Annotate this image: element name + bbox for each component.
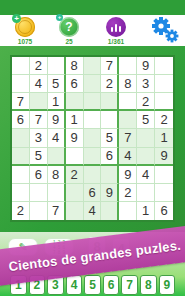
- cell-r3c5[interactable]: [84, 93, 102, 111]
- cell-r7c5[interactable]: [84, 166, 102, 184]
- plus-icon: +: [12, 14, 21, 23]
- cell-r6c6[interactable]: 6: [101, 148, 119, 166]
- cell-r3c7[interactable]: [119, 93, 137, 111]
- cell-r2c3[interactable]: 5: [48, 75, 66, 93]
- settings-button[interactable]: [147, 16, 179, 44]
- cell-r4c7[interactable]: [119, 111, 137, 129]
- cell-r7c2[interactable]: 6: [30, 166, 48, 184]
- cell-r4c9[interactable]: 2: [155, 111, 173, 129]
- cell-r2c6[interactable]: 2: [101, 75, 119, 93]
- cell-r4c3[interactable]: 9: [48, 111, 66, 129]
- cell-r7c3[interactable]: 8: [48, 166, 66, 184]
- cell-r1c1[interactable]: [12, 57, 30, 75]
- cell-r8c7[interactable]: 2: [119, 184, 137, 202]
- cell-r2c2[interactable]: 4: [30, 75, 48, 93]
- cell-r3c4[interactable]: [66, 93, 84, 111]
- cell-r4c5[interactable]: [84, 111, 102, 129]
- cell-r6c2[interactable]: 5: [30, 148, 48, 166]
- progress-count: 1/361: [99, 38, 133, 45]
- cell-r4c6[interactable]: [101, 111, 119, 129]
- cell-r8c9[interactable]: [155, 184, 173, 202]
- cell-r2c8[interactable]: 3: [137, 75, 155, 93]
- cell-r7c9[interactable]: [155, 166, 173, 184]
- plus-icon: +: [56, 14, 63, 21]
- cell-r5c4[interactable]: 9: [66, 129, 84, 147]
- cell-r7c6[interactable]: [101, 166, 119, 184]
- cell-r1c3[interactable]: [48, 57, 66, 75]
- numpad-button-4[interactable]: 4: [66, 275, 83, 295]
- cell-r1c9[interactable]: [155, 57, 173, 75]
- cell-r1c2[interactable]: 2: [30, 57, 48, 75]
- question-glyph: ?: [65, 20, 72, 34]
- coins-count: 1075: [8, 38, 42, 45]
- numpad-button-9[interactable]: 9: [159, 275, 176, 295]
- cell-r8c8[interactable]: [137, 184, 155, 202]
- cell-r9c7[interactable]: [119, 202, 137, 220]
- coin-icon: +: [15, 17, 35, 37]
- cell-r6c1[interactable]: [12, 148, 30, 166]
- sudoku-grid: 2879456283712679152349571564968294692274…: [10, 55, 175, 222]
- cell-r3c3[interactable]: 1: [48, 93, 66, 111]
- numpad-button-7[interactable]: 7: [121, 275, 138, 295]
- cell-r7c1[interactable]: [12, 166, 30, 184]
- cell-r8c5[interactable]: 6: [84, 184, 102, 202]
- stats-button[interactable]: 1/361: [99, 17, 133, 45]
- cell-r6c3[interactable]: [48, 148, 66, 166]
- cell-r7c8[interactable]: 4: [137, 166, 155, 184]
- cell-r4c8[interactable]: 5: [137, 111, 155, 129]
- numpad-button-5[interactable]: 5: [84, 275, 101, 295]
- cell-r3c2[interactable]: [30, 93, 48, 111]
- coins-button[interactable]: + 1075: [8, 17, 42, 45]
- hint-question-icon: + ?: [59, 17, 79, 37]
- cell-r2c9[interactable]: [155, 75, 173, 93]
- cell-r9c6[interactable]: [101, 202, 119, 220]
- cell-r2c7[interactable]: 8: [119, 75, 137, 93]
- numpad-button-8[interactable]: 8: [140, 275, 157, 295]
- stats-chart-icon: [106, 17, 126, 37]
- cell-r9c8[interactable]: 1: [137, 202, 155, 220]
- cell-r9c2[interactable]: [30, 202, 48, 220]
- cell-r6c7[interactable]: 4: [119, 148, 137, 166]
- sudoku-app-screen: + 1075 + ? 25 1/361: [0, 0, 185, 296]
- cell-r6c8[interactable]: [137, 148, 155, 166]
- cell-r1c5[interactable]: [84, 57, 102, 75]
- cell-r5c2[interactable]: 3: [30, 129, 48, 147]
- cell-r8c3[interactable]: [48, 184, 66, 202]
- cell-r4c1[interactable]: 6: [12, 111, 30, 129]
- cell-r9c9[interactable]: 6: [155, 202, 173, 220]
- cell-r5c7[interactable]: 7: [119, 129, 137, 147]
- cell-r2c1[interactable]: [12, 75, 30, 93]
- cell-r3c8[interactable]: 2: [137, 93, 155, 111]
- cell-r9c3[interactable]: 7: [48, 202, 66, 220]
- cell-r8c2[interactable]: [30, 184, 48, 202]
- status-bar: [0, 0, 185, 15]
- cell-r1c6[interactable]: 7: [101, 57, 119, 75]
- hints-count: 25: [52, 38, 86, 45]
- top-toolbar: + 1075 + ? 25 1/361: [0, 15, 185, 46]
- cell-r5c6[interactable]: 5: [101, 129, 119, 147]
- cell-r4c2[interactable]: 7: [30, 111, 48, 129]
- cell-r5c3[interactable]: 4: [48, 129, 66, 147]
- cell-r2c5[interactable]: [84, 75, 102, 93]
- cell-r8c6[interactable]: 9: [101, 184, 119, 202]
- cell-r5c8[interactable]: [137, 129, 155, 147]
- cell-r9c5[interactable]: 4: [84, 202, 102, 220]
- cell-r8c1[interactable]: [12, 184, 30, 202]
- board-frame: 2879456283712679152349571564968294692274…: [0, 46, 185, 232]
- gear-icon: [147, 16, 179, 44]
- cell-r1c4[interactable]: 8: [66, 57, 84, 75]
- hints-button[interactable]: + ? 25: [52, 17, 86, 45]
- cell-r4c4[interactable]: 1: [66, 111, 84, 129]
- cell-r5c5[interactable]: [84, 129, 102, 147]
- cell-r3c6[interactable]: [101, 93, 119, 111]
- cell-r3c9[interactable]: [155, 93, 173, 111]
- cell-r6c9[interactable]: 9: [155, 148, 173, 166]
- cell-r7c4[interactable]: 2: [66, 166, 84, 184]
- cell-r9c1[interactable]: 2: [12, 202, 30, 220]
- cell-r1c8[interactable]: 9: [137, 57, 155, 75]
- cell-r7c7[interactable]: 9: [119, 166, 137, 184]
- cell-r6c5[interactable]: [84, 148, 102, 166]
- cell-r8c4[interactable]: [66, 184, 84, 202]
- cell-r5c9[interactable]: 1: [155, 129, 173, 147]
- numpad-button-6[interactable]: 6: [103, 275, 120, 295]
- cell-r5c1[interactable]: [12, 129, 30, 147]
- cell-r3c1[interactable]: 7: [12, 93, 30, 111]
- cell-r1c7[interactable]: [119, 57, 137, 75]
- cell-r6c4[interactable]: [66, 148, 84, 166]
- cell-r2c4[interactable]: 6: [66, 75, 84, 93]
- cell-r9c4[interactable]: [66, 202, 84, 220]
